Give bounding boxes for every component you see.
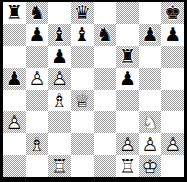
square-f3[interactable] <box>116 111 139 133</box>
white-piece-outline: ♗ <box>26 133 49 155</box>
square-e6[interactable] <box>94 46 117 68</box>
square-e8[interactable] <box>94 2 117 24</box>
white-piece-outline: ♗ <box>48 90 71 112</box>
white-piece-outline: ♖ <box>116 155 139 177</box>
square-c2[interactable] <box>48 133 71 155</box>
square-a4[interactable] <box>3 90 26 112</box>
square-d7[interactable]: ♝ <box>71 24 94 46</box>
square-h5[interactable] <box>161 68 184 90</box>
black-knight: ♞ <box>94 24 117 46</box>
black-rook: ♜ <box>116 46 139 68</box>
square-a5[interactable]: ♟ <box>3 68 26 90</box>
square-h6[interactable] <box>161 46 184 68</box>
square-c3[interactable] <box>48 111 71 133</box>
square-f1[interactable]: ♜♖ <box>116 155 139 177</box>
square-e7[interactable]: ♞ <box>94 24 117 46</box>
white-bishop: ♝♗ <box>26 133 49 155</box>
square-f4[interactable] <box>116 90 139 112</box>
square-b3[interactable] <box>26 111 49 133</box>
square-f6[interactable]: ♜ <box>116 46 139 68</box>
square-g6[interactable] <box>139 46 162 68</box>
black-pawn: ♟ <box>3 68 26 90</box>
square-d8[interactable]: ♛ <box>71 2 94 24</box>
white-pawn: ♟♙ <box>116 133 139 155</box>
square-e1[interactable] <box>94 155 117 177</box>
white-piece-outline: ♕ <box>71 90 94 112</box>
square-h3[interactable] <box>161 111 184 133</box>
square-h8[interactable]: ♚ <box>161 2 184 24</box>
square-h7[interactable]: ♟ <box>161 24 184 46</box>
white-piece-outline: ♙ <box>161 133 184 155</box>
white-queen: ♛♕ <box>71 90 94 112</box>
square-g1[interactable]: ♚♔ <box>139 155 162 177</box>
black-bishop: ♝ <box>48 24 71 46</box>
square-a8[interactable]: ♜ <box>3 2 26 24</box>
square-b4[interactable] <box>26 90 49 112</box>
square-g3[interactable]: ♞♘ <box>139 111 162 133</box>
white-piece-outline: ♙ <box>139 133 162 155</box>
square-a6[interactable] <box>3 46 26 68</box>
white-piece-outline: ♔ <box>139 155 162 177</box>
square-b7[interactable]: ♟ <box>26 24 49 46</box>
square-c6[interactable]: ♟ <box>48 46 71 68</box>
white-piece-outline: ♙ <box>26 68 49 90</box>
square-h2[interactable]: ♟♙ <box>161 133 184 155</box>
square-c4[interactable]: ♝♗ <box>48 90 71 112</box>
square-c5[interactable]: ♟♙ <box>48 68 71 90</box>
square-d3[interactable] <box>71 111 94 133</box>
white-king: ♚♔ <box>139 155 162 177</box>
square-e4[interactable] <box>94 90 117 112</box>
black-bishop: ♝ <box>71 24 94 46</box>
square-h4[interactable] <box>161 90 184 112</box>
chess-diagram-frame: ♜♞♛♚♟♝♝♞♟♟♟♜♟♟♙♟♙♟♝♗♛♕♟♙♞♘♝♗♟♙♟♙♟♙♜♖♜♖♚♔ <box>0 0 187 182</box>
square-e3[interactable] <box>94 111 117 133</box>
square-b5[interactable]: ♟♙ <box>26 68 49 90</box>
square-f7[interactable] <box>116 24 139 46</box>
square-b2[interactable]: ♝♗ <box>26 133 49 155</box>
white-pawn: ♟♙ <box>26 68 49 90</box>
white-piece-outline: ♘ <box>139 111 162 133</box>
square-g8[interactable] <box>139 2 162 24</box>
black-king: ♚ <box>161 2 184 24</box>
white-pawn: ♟♙ <box>139 133 162 155</box>
white-piece-outline: ♙ <box>3 111 26 133</box>
square-d2[interactable] <box>71 133 94 155</box>
square-f2[interactable]: ♟♙ <box>116 133 139 155</box>
square-g5[interactable] <box>139 68 162 90</box>
black-queen: ♛ <box>71 2 94 24</box>
square-g4[interactable] <box>139 90 162 112</box>
square-c7[interactable]: ♝ <box>48 24 71 46</box>
square-a3[interactable]: ♟♙ <box>3 111 26 133</box>
square-g7[interactable]: ♟ <box>139 24 162 46</box>
white-piece-outline: ♙ <box>116 133 139 155</box>
square-d4[interactable]: ♛♕ <box>71 90 94 112</box>
square-a2[interactable] <box>3 133 26 155</box>
white-rook: ♜♖ <box>116 155 139 177</box>
chess-board: ♜♞♛♚♟♝♝♞♟♟♟♜♟♟♙♟♙♟♝♗♛♕♟♙♞♘♝♗♟♙♟♙♟♙♜♖♜♖♚♔ <box>3 2 184 177</box>
black-pawn: ♟ <box>161 24 184 46</box>
white-piece-outline: ♖ <box>48 155 71 177</box>
square-g2[interactable]: ♟♙ <box>139 133 162 155</box>
black-rook: ♜ <box>3 2 26 24</box>
square-h1[interactable] <box>161 155 184 177</box>
white-pawn: ♟♙ <box>3 111 26 133</box>
black-pawn: ♟ <box>48 46 71 68</box>
square-e2[interactable] <box>94 133 117 155</box>
square-b6[interactable] <box>26 46 49 68</box>
square-d1[interactable] <box>71 155 94 177</box>
square-e5[interactable] <box>94 68 117 90</box>
black-pawn: ♟ <box>139 24 162 46</box>
white-bishop: ♝♗ <box>48 90 71 112</box>
white-rook: ♜♖ <box>48 155 71 177</box>
white-pawn: ♟♙ <box>161 133 184 155</box>
square-f5[interactable]: ♟ <box>116 68 139 90</box>
square-c8[interactable] <box>48 2 71 24</box>
white-piece-outline: ♙ <box>48 68 71 90</box>
white-pawn: ♟♙ <box>48 68 71 90</box>
square-a7[interactable] <box>3 24 26 46</box>
square-d6[interactable] <box>71 46 94 68</box>
square-a1[interactable] <box>3 155 26 177</box>
square-d5[interactable] <box>71 68 94 90</box>
square-b8[interactable]: ♞ <box>26 2 49 24</box>
black-knight: ♞ <box>26 2 49 24</box>
black-pawn: ♟ <box>116 68 139 90</box>
square-c1[interactable]: ♜♖ <box>48 155 71 177</box>
square-f8[interactable] <box>116 2 139 24</box>
white-knight: ♞♘ <box>139 111 162 133</box>
square-b1[interactable] <box>26 155 49 177</box>
black-pawn: ♟ <box>26 24 49 46</box>
